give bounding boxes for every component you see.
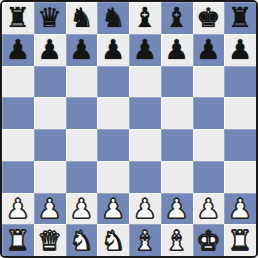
square-g2[interactable]: ♟: [193, 193, 225, 225]
square-f3[interactable]: [161, 161, 193, 193]
square-d8[interactable]: ♞: [97, 2, 129, 34]
square-e2[interactable]: ♟: [129, 193, 161, 225]
piece-black-pawn[interactable]: ♟: [101, 36, 125, 63]
piece-black-king[interactable]: ♚: [196, 4, 220, 31]
piece-black-pawn[interactable]: ♟: [38, 36, 62, 63]
square-a1[interactable]: ♜: [2, 224, 34, 256]
square-e8[interactable]: ♝: [129, 2, 161, 34]
chess-board: ♜♛♞♞♝♝♚♜♟♟♟♟♟♟♟♟♟♟♟♟♟♟♟♟♜♛♞♞♝♝♚♜: [0, 0, 258, 258]
square-c8[interactable]: ♞: [66, 2, 98, 34]
square-b3[interactable]: [34, 161, 66, 193]
square-e1[interactable]: ♝: [129, 224, 161, 256]
square-g5[interactable]: [193, 97, 225, 129]
square-d5[interactable]: [97, 97, 129, 129]
piece-white-queen[interactable]: ♛: [38, 227, 62, 254]
square-a8[interactable]: ♜: [2, 2, 34, 34]
square-f7[interactable]: ♟: [161, 34, 193, 66]
piece-black-knight[interactable]: ♞: [69, 4, 93, 31]
square-e5[interactable]: [129, 97, 161, 129]
piece-black-pawn[interactable]: ♟: [133, 36, 157, 63]
square-h1[interactable]: ♜: [224, 224, 256, 256]
square-g6[interactable]: [193, 66, 225, 98]
piece-black-pawn[interactable]: ♟: [165, 36, 189, 63]
square-b6[interactable]: [34, 66, 66, 98]
square-c1[interactable]: ♞: [66, 224, 98, 256]
square-b2[interactable]: ♟: [34, 193, 66, 225]
square-f8[interactable]: ♝: [161, 2, 193, 34]
piece-white-knight[interactable]: ♞: [101, 227, 125, 254]
piece-black-knight[interactable]: ♞: [101, 4, 125, 31]
square-b8[interactable]: ♛: [34, 2, 66, 34]
square-a4[interactable]: [2, 129, 34, 161]
square-c3[interactable]: [66, 161, 98, 193]
piece-black-queen[interactable]: ♛: [38, 4, 62, 31]
piece-black-pawn[interactable]: ♟: [6, 36, 30, 63]
square-h3[interactable]: [224, 161, 256, 193]
square-b1[interactable]: ♛: [34, 224, 66, 256]
square-f6[interactable]: [161, 66, 193, 98]
square-b7[interactable]: ♟: [34, 34, 66, 66]
piece-white-pawn[interactable]: ♟: [228, 195, 252, 222]
square-f2[interactable]: ♟: [161, 193, 193, 225]
square-f4[interactable]: [161, 129, 193, 161]
square-g7[interactable]: ♟: [193, 34, 225, 66]
square-c6[interactable]: [66, 66, 98, 98]
square-h4[interactable]: [224, 129, 256, 161]
square-h7[interactable]: ♟: [224, 34, 256, 66]
piece-white-pawn[interactable]: ♟: [6, 195, 30, 222]
piece-black-rook[interactable]: ♜: [228, 4, 252, 31]
piece-white-pawn[interactable]: ♟: [38, 195, 62, 222]
piece-white-rook[interactable]: ♜: [6, 227, 30, 254]
square-d2[interactable]: ♟: [97, 193, 129, 225]
piece-white-pawn[interactable]: ♟: [196, 195, 220, 222]
piece-white-knight[interactable]: ♞: [69, 227, 93, 254]
piece-white-bishop[interactable]: ♝: [133, 227, 157, 254]
square-h2[interactable]: ♟: [224, 193, 256, 225]
piece-black-pawn[interactable]: ♟: [196, 36, 220, 63]
square-e7[interactable]: ♟: [129, 34, 161, 66]
piece-black-bishop[interactable]: ♝: [165, 4, 189, 31]
piece-white-bishop[interactable]: ♝: [165, 227, 189, 254]
square-e6[interactable]: [129, 66, 161, 98]
square-c2[interactable]: ♟: [66, 193, 98, 225]
square-a7[interactable]: ♟: [2, 34, 34, 66]
square-b4[interactable]: [34, 129, 66, 161]
square-h8[interactable]: ♜: [224, 2, 256, 34]
square-a2[interactable]: ♟: [2, 193, 34, 225]
square-a3[interactable]: [2, 161, 34, 193]
square-e3[interactable]: [129, 161, 161, 193]
piece-white-pawn[interactable]: ♟: [69, 195, 93, 222]
square-f5[interactable]: [161, 97, 193, 129]
piece-white-pawn[interactable]: ♟: [165, 195, 189, 222]
square-a5[interactable]: [2, 97, 34, 129]
square-a6[interactable]: [2, 66, 34, 98]
piece-black-rook[interactable]: ♜: [6, 4, 30, 31]
piece-black-bishop[interactable]: ♝: [133, 4, 157, 31]
square-d4[interactable]: [97, 129, 129, 161]
piece-white-pawn[interactable]: ♟: [101, 195, 125, 222]
square-c5[interactable]: [66, 97, 98, 129]
square-d1[interactable]: ♞: [97, 224, 129, 256]
square-h6[interactable]: [224, 66, 256, 98]
piece-black-pawn[interactable]: ♟: [69, 36, 93, 63]
square-g1[interactable]: ♚: [193, 224, 225, 256]
square-g8[interactable]: ♚: [193, 2, 225, 34]
square-d3[interactable]: [97, 161, 129, 193]
square-f1[interactable]: ♝: [161, 224, 193, 256]
square-g3[interactable]: [193, 161, 225, 193]
square-b5[interactable]: [34, 97, 66, 129]
square-d6[interactable]: [97, 66, 129, 98]
square-c4[interactable]: [66, 129, 98, 161]
piece-white-pawn[interactable]: ♟: [133, 195, 157, 222]
piece-white-king[interactable]: ♚: [196, 227, 220, 254]
square-h5[interactable]: [224, 97, 256, 129]
piece-white-rook[interactable]: ♜: [228, 227, 252, 254]
square-e4[interactable]: [129, 129, 161, 161]
square-g4[interactable]: [193, 129, 225, 161]
square-c7[interactable]: ♟: [66, 34, 98, 66]
piece-black-pawn[interactable]: ♟: [228, 36, 252, 63]
square-d7[interactable]: ♟: [97, 34, 129, 66]
